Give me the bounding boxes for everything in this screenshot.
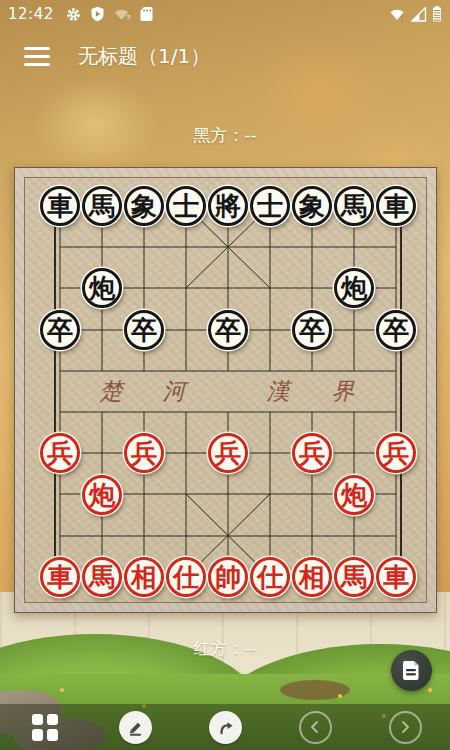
red-cannon[interactable]: 炮 [334,475,374,515]
notes-fab-button[interactable] [391,650,432,691]
black-elephant[interactable]: 象 [292,186,332,226]
wifi-question-icon: ? [114,7,131,22]
clock: 12:42 [8,5,54,23]
apps-button[interactable] [13,714,77,741]
shield-play-icon [90,6,105,22]
river-char: 河 [163,376,186,407]
chevron-left-icon [308,720,322,734]
xiangqi-board[interactable]: 楚 河 漢 界 車馬象士將士象馬車炮炮卒卒卒卒卒兵兵兵兵兵炮炮車馬相仕帥仕相馬車 [14,167,437,613]
battery-icon [432,6,442,22]
page-title: 无标题（1/1） [78,43,210,70]
black-horse[interactable]: 馬 [334,186,374,226]
red-elephant[interactable]: 相 [292,557,332,597]
board-parchment: 楚 河 漢 界 車馬象士將士象馬車炮炮卒卒卒卒卒兵兵兵兵兵炮炮車馬相仕帥仕相馬車 [24,177,427,603]
red-advisor[interactable]: 仕 [250,557,290,597]
black-side-label: 黑方：-- [0,124,450,147]
black-advisor[interactable]: 士 [166,186,206,226]
wifi-alert-icon [389,7,406,22]
signal-icon [411,7,427,22]
flower [428,688,432,692]
flower [60,688,64,692]
red-general[interactable]: 帥 [208,557,248,597]
next-move-button[interactable] [373,711,437,744]
gear-icon [66,7,81,22]
red-side-label: 红方：-- [0,637,450,660]
red-chariot[interactable]: 車 [40,557,80,597]
redo-button[interactable] [193,711,257,744]
pencil-icon [126,718,145,737]
red-chariot[interactable]: 車 [376,557,416,597]
board-grid [25,178,428,604]
apps-grid-icon [32,714,58,741]
black-soldier[interactable]: 卒 [292,310,332,350]
hamburger-menu-icon[interactable] [24,47,50,66]
red-cannon[interactable]: 炮 [82,475,122,515]
river-char: 漢 [267,376,290,407]
prev-move-button[interactable] [283,711,347,744]
black-elephant[interactable]: 象 [124,186,164,226]
flower [338,694,342,698]
river-char: 界 [332,376,355,407]
status-bar: 12:42 ? [0,0,450,28]
phone-screen: 12:42 ? [0,0,450,750]
app-bar: 无标题（1/1） [0,34,450,78]
black-advisor[interactable]: 士 [250,186,290,226]
river-char: 楚 [100,376,123,407]
black-horse[interactable]: 馬 [82,186,122,226]
edit-button[interactable] [103,711,167,744]
red-advisor[interactable]: 仕 [166,557,206,597]
black-soldier[interactable]: 卒 [124,310,164,350]
svg-text:?: ? [126,13,131,22]
redo-arrow-icon [216,718,235,737]
black-chariot[interactable]: 車 [40,186,80,226]
bottom-toolbar [0,704,450,750]
sim-card-icon [140,6,153,22]
black-soldier[interactable]: 卒 [376,310,416,350]
black-soldier[interactable]: 卒 [40,310,80,350]
document-icon [402,660,421,681]
black-general[interactable]: 將 [208,186,248,226]
red-horse[interactable]: 馬 [334,557,374,597]
black-soldier[interactable]: 卒 [208,310,248,350]
red-horse[interactable]: 馬 [82,557,122,597]
black-chariot[interactable]: 車 [376,186,416,226]
chevron-right-icon [398,720,412,734]
red-elephant[interactable]: 相 [124,557,164,597]
